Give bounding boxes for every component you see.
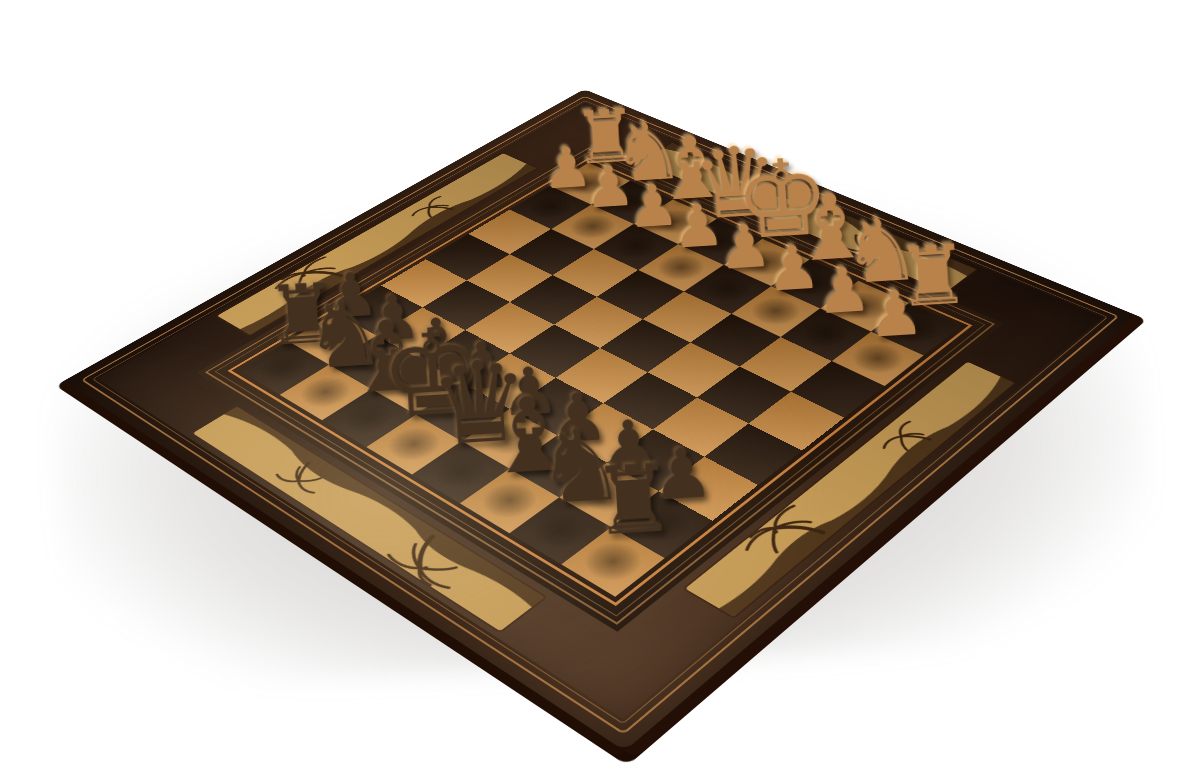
chess-set-photo: ♜♞♝♛♚♝♞♜♟♟♟♟♟♟♟♟♟♟♟♟♟♟♟♟♜♞♝♚♛♝♞♜ bbox=[0, 0, 1180, 768]
piece-white-pawn: ♟ bbox=[814, 260, 873, 322]
piece-black-rook: ♜ bbox=[589, 453, 678, 547]
piece-white-pawn: ♟ bbox=[866, 283, 926, 346]
